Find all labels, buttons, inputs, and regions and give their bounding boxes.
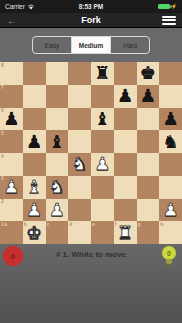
square-h1[interactable]: h [159,221,182,244]
back-button[interactable]: ← [7,14,17,27]
piece-white-pawn[interactable]: ♟ [26,199,42,221]
square-a7[interactable]: 7 [0,85,23,108]
coordinate-label: d [69,222,73,227]
square-b3[interactable]: ♝ [23,176,46,199]
square-f8[interactable] [114,62,137,85]
piece-black-king[interactable]: ♚ [140,62,156,84]
chess-board: 8♜♚7♟♟6♟♝♟5♟♝♞4♞♟3♟♝♞2♟♟♟1ab♚cdef♜gh [0,62,182,244]
square-e8[interactable]: ♜ [91,62,114,85]
difficulty-strip: Easy Medium Hard [0,28,182,62]
square-c2[interactable]: ♟ [46,199,69,222]
coordinate-label: g [138,222,142,227]
square-d4[interactable]: ♞ [68,153,91,176]
square-a2[interactable]: 2 [0,199,23,222]
square-h7[interactable] [159,85,182,108]
tab-easy[interactable]: Easy [33,37,72,53]
square-h5[interactable]: ♞ [159,130,182,153]
square-g2[interactable] [137,199,160,222]
square-e4[interactable]: ♟ [91,153,114,176]
difficulty-segmented-control: Easy Medium Hard [32,36,150,54]
carrier-label: Carrier [5,3,25,10]
square-f7[interactable]: ♟ [114,85,137,108]
square-f5[interactable] [114,130,137,153]
square-b5[interactable]: ♟ [23,130,46,153]
piece-black-bishop[interactable]: ♝ [49,131,65,153]
piece-black-pawn[interactable]: ♟ [117,85,133,107]
square-e3[interactable] [91,176,114,199]
square-h4[interactable] [159,153,182,176]
piece-white-pawn[interactable]: ♟ [49,199,65,221]
square-b2[interactable]: ♟ [23,199,46,222]
footer: 0 # 1. White to move 0 [0,244,182,323]
square-b7[interactable] [23,85,46,108]
square-c8[interactable] [46,62,69,85]
piece-black-bishop[interactable]: ♝ [94,108,110,130]
coordinate-label: 7 [1,85,4,90]
square-f4[interactable] [114,153,137,176]
square-c5[interactable]: ♝ [46,130,69,153]
page-title: Fork [81,15,101,25]
piece-white-king[interactable]: ♚ [26,222,42,244]
square-h6[interactable]: ♟ [159,108,182,131]
square-e2[interactable] [91,199,114,222]
square-b8[interactable] [23,62,46,85]
square-f3[interactable] [114,176,137,199]
piece-black-pawn[interactable]: ♟ [163,108,179,130]
coordinate-label: c [47,222,50,227]
square-g6[interactable] [137,108,160,131]
piece-black-pawn[interactable]: ♟ [3,108,19,130]
status-bar: Carrier 8:53 PM ⚡ [0,0,182,13]
tab-medium[interactable]: Medium [72,37,111,53]
square-d7[interactable] [68,85,91,108]
square-h2[interactable]: ♟ [159,199,182,222]
square-a8[interactable]: 8 [0,62,23,85]
nav-bar: ← Fork [0,13,182,28]
lightbulb-icon: 0 [162,246,176,260]
piece-black-pawn[interactable]: ♟ [140,85,156,107]
square-c1[interactable]: c [46,221,69,244]
square-d8[interactable] [68,62,91,85]
lightbulb-tip [167,264,170,266]
square-d2[interactable] [68,199,91,222]
square-g1[interactable]: g [137,221,160,244]
piece-white-bishop[interactable]: ♝ [26,176,42,198]
puzzle-status-text: # 1. White to move [56,246,126,259]
square-e7[interactable] [91,85,114,108]
square-a1[interactable]: 1a [0,221,23,244]
coordinate-label: h [160,222,164,227]
coordinate-label: 2 [1,199,4,204]
square-g3[interactable] [137,176,160,199]
square-d1[interactable]: d [68,221,91,244]
square-g4[interactable] [137,153,160,176]
piece-white-knight[interactable]: ♞ [49,176,65,198]
square-b6[interactable] [23,108,46,131]
piece-black-knight[interactable]: ♞ [163,131,179,153]
square-c7[interactable] [46,85,69,108]
coordinate-label: 1a [1,222,8,227]
square-f2[interactable] [114,199,137,222]
piece-black-pawn[interactable]: ♟ [26,131,42,153]
coordinate-label: 4 [1,154,4,159]
square-d6[interactable] [68,108,91,131]
square-h8[interactable] [159,62,182,85]
square-g5[interactable] [137,130,160,153]
tab-hard[interactable]: Hard [111,37,149,53]
piece-black-rook[interactable]: ♜ [94,62,110,84]
piece-white-knight[interactable]: ♞ [72,153,88,175]
square-h3[interactable] [159,176,182,199]
hint-button[interactable]: 0 [159,246,179,266]
square-a4[interactable]: 4 [0,153,23,176]
square-e1[interactable]: e [91,221,114,244]
square-a5[interactable]: 5 [0,130,23,153]
square-f1[interactable]: f♜ [114,221,137,244]
mistakes-stop-badge[interactable]: 0 [3,246,23,266]
menu-icon[interactable] [162,16,176,25]
square-e5[interactable] [91,130,114,153]
square-f6[interactable] [114,108,137,131]
coordinate-label: 8 [1,63,4,68]
hints-count: 0 [167,250,171,257]
square-g8[interactable]: ♚ [137,62,160,85]
coordinate-label: e [92,222,95,227]
square-d3[interactable] [68,176,91,199]
square-a3[interactable]: 3♟ [0,176,23,199]
mistakes-count: 0 [11,252,15,261]
square-d5[interactable] [68,130,91,153]
piece-white-pawn[interactable]: ♟ [163,199,179,221]
square-g7[interactable]: ♟ [137,85,160,108]
coordinate-label: 5 [1,131,4,136]
square-b4[interactable] [23,153,46,176]
chess-puzzle-app: Carrier 8:53 PM ⚡ ← Fork Easy Medium Har… [0,0,182,323]
piece-white-rook[interactable]: ♜ [117,222,133,244]
square-a6[interactable]: 6♟ [0,108,23,131]
piece-white-pawn[interactable]: ♟ [94,153,110,175]
square-c6[interactable] [46,108,69,131]
square-b1[interactable]: b♚ [23,221,46,244]
square-c3[interactable]: ♞ [46,176,69,199]
battery-icon [158,4,170,9]
square-e6[interactable]: ♝ [91,108,114,131]
square-c4[interactable] [46,153,69,176]
piece-white-pawn[interactable]: ♟ [3,176,19,198]
wifi-icon [27,3,35,11]
